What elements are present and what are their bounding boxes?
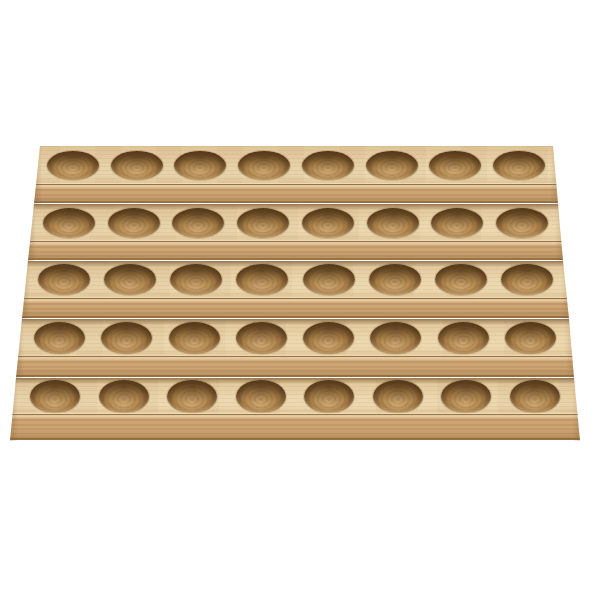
pit-hole-r5c8 bbox=[510, 380, 560, 413]
pit-hole-r2c3 bbox=[172, 208, 224, 238]
pit-hole-r4c8 bbox=[505, 322, 556, 354]
tier-row-1 bbox=[34, 146, 558, 204]
tier-front-face bbox=[16, 356, 574, 377]
pit-hole-r1c6 bbox=[366, 151, 418, 180]
pit-hole-r2c6 bbox=[367, 208, 419, 238]
tier-row-5 bbox=[10, 378, 580, 441]
display-rack bbox=[0, 0, 600, 600]
pit-hole-r4c7 bbox=[438, 322, 489, 354]
pit-hole-r4c6 bbox=[370, 322, 421, 354]
tier-top-surface bbox=[34, 146, 558, 184]
tier-row-3 bbox=[22, 261, 569, 319]
pit-hole-r4c1 bbox=[34, 322, 85, 354]
pit-hole-r2c4 bbox=[237, 208, 289, 238]
pit-hole-r2c8 bbox=[496, 208, 548, 238]
tier-top-surface bbox=[28, 204, 563, 241]
tier-top-surface bbox=[10, 378, 580, 414]
pit-hole-r3c8 bbox=[501, 264, 553, 295]
pit-hole-r5c5 bbox=[304, 380, 354, 413]
pit-hole-r1c5 bbox=[302, 151, 354, 180]
pit-hole-r1c7 bbox=[429, 151, 481, 180]
tier-front-face bbox=[22, 298, 569, 318]
pit-hole-r5c6 bbox=[373, 380, 423, 413]
pit-hole-r5c4 bbox=[236, 380, 286, 413]
tier-top-surface bbox=[22, 261, 569, 298]
pit-hole-r2c1 bbox=[43, 208, 95, 238]
tier-front-face bbox=[34, 184, 558, 203]
pit-hole-r1c1 bbox=[47, 151, 99, 180]
pit-hole-r2c2 bbox=[108, 208, 160, 238]
pit-hole-r3c4 bbox=[236, 264, 288, 295]
pit-hole-r5c1 bbox=[30, 380, 80, 413]
pit-hole-r3c3 bbox=[170, 264, 222, 295]
pit-hole-r3c1 bbox=[38, 264, 90, 295]
pit-hole-r5c7 bbox=[441, 380, 491, 413]
pit-hole-r1c2 bbox=[111, 151, 163, 180]
pit-hole-r3c7 bbox=[435, 264, 487, 295]
tier-row-4 bbox=[16, 319, 574, 378]
pit-hole-r4c5 bbox=[303, 322, 354, 354]
pit-hole-r3c6 bbox=[369, 264, 421, 295]
pit-hole-r4c2 bbox=[101, 322, 152, 354]
pit-hole-r3c2 bbox=[104, 264, 156, 295]
pit-hole-r2c7 bbox=[431, 208, 483, 238]
pit-hole-r4c4 bbox=[236, 322, 287, 354]
tier-front-face bbox=[10, 414, 580, 440]
pit-hole-r3c5 bbox=[303, 264, 355, 295]
pit-hole-r1c8 bbox=[493, 151, 545, 180]
tier-row-2 bbox=[28, 204, 563, 261]
pit-hole-r4c3 bbox=[169, 322, 220, 354]
pit-hole-r1c3 bbox=[174, 151, 226, 180]
tier-front-face bbox=[28, 241, 563, 260]
pit-hole-r2c5 bbox=[302, 208, 354, 238]
pit-hole-r1c4 bbox=[238, 151, 290, 180]
product-photo-stage bbox=[0, 0, 600, 600]
pit-hole-r5c3 bbox=[167, 380, 217, 413]
pit-hole-r5c2 bbox=[99, 380, 149, 413]
tier-top-surface bbox=[16, 319, 574, 356]
